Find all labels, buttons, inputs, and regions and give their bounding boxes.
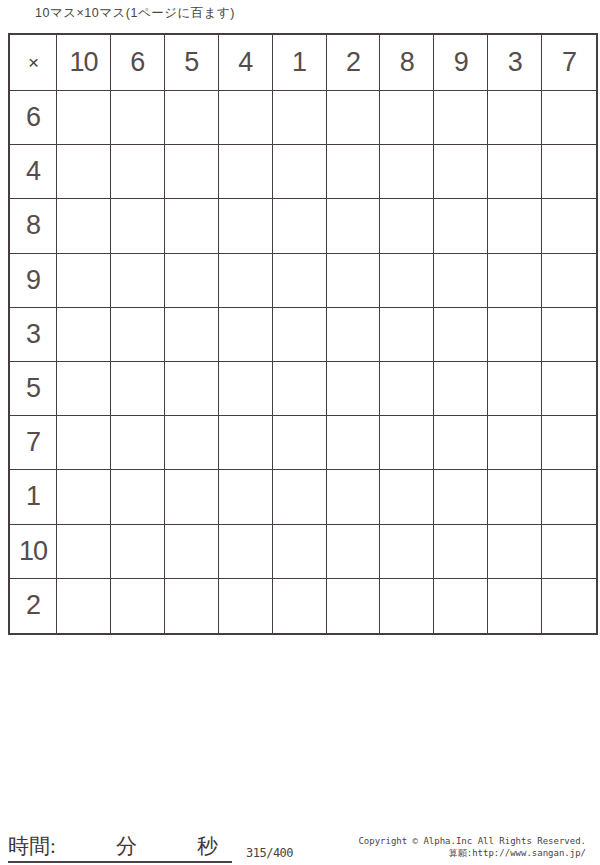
row-header-cell-10: 2 (10, 579, 57, 633)
answer-cell-r4-c4 (219, 254, 273, 308)
worksheet-page: 10マス×10マス(1ページに百ます) ×1065412893764893571… (0, 0, 600, 865)
answer-cell-r8-c6 (327, 470, 381, 524)
multiplication-grid: ×1065412893764893571102 (8, 33, 598, 635)
answer-cell-r3-c4 (219, 199, 273, 253)
answer-cell-r1-c6 (327, 91, 381, 145)
operator-cell: × (10, 35, 57, 91)
col-header-cell-7: 8 (380, 35, 434, 91)
answer-cell-r9-c1 (57, 525, 111, 579)
col-header-cell-5: 1 (273, 35, 327, 91)
answer-cell-r4-c9 (488, 254, 542, 308)
col-header-cell-9: 3 (488, 35, 542, 91)
copyright-block: Copyright © Alpha.Inc All Rights Reserve… (358, 836, 586, 859)
answer-cell-r2-c7 (380, 145, 434, 199)
col-header-cell-1: 10 (57, 35, 111, 91)
col-header-cell-6: 2 (327, 35, 381, 91)
answer-cell-r3-c6 (327, 199, 381, 253)
answer-cell-r8-c10 (542, 470, 596, 524)
answer-cell-r3-c7 (380, 199, 434, 253)
answer-cell-r2-c2 (111, 145, 165, 199)
answer-cell-r7-c8 (434, 416, 488, 470)
minutes-label: 分 (116, 832, 137, 860)
row-header-cell-9: 10 (10, 525, 57, 579)
row-header-cell-6: 5 (10, 362, 57, 416)
answer-cell-r6-c6 (327, 362, 381, 416)
answer-cell-r6-c7 (380, 362, 434, 416)
answer-cell-r8-c1 (57, 470, 111, 524)
answer-cell-r4-c1 (57, 254, 111, 308)
answer-cell-r5-c5 (273, 308, 327, 362)
worksheet-title: 10マス×10マス(1ページに百ます) (35, 5, 235, 22)
answer-cell-r9-c5 (273, 525, 327, 579)
answer-cell-r2-c5 (273, 145, 327, 199)
answer-cell-r8-c9 (488, 470, 542, 524)
answer-cell-r7-c9 (488, 416, 542, 470)
col-header-cell-2: 6 (111, 35, 165, 91)
answer-cell-r10-c1 (57, 579, 111, 633)
answer-cell-r7-c4 (219, 416, 273, 470)
answer-cell-r1-c5 (273, 91, 327, 145)
answer-cell-r5-c6 (327, 308, 381, 362)
answer-cell-r3-c8 (434, 199, 488, 253)
answer-cell-r1-c1 (57, 91, 111, 145)
answer-cell-r2-c8 (434, 145, 488, 199)
answer-cell-r3-c5 (273, 199, 327, 253)
row-header-cell-8: 1 (10, 470, 57, 524)
answer-cell-r2-c3 (165, 145, 219, 199)
answer-cell-r8-c2 (111, 470, 165, 524)
answer-cell-r5-c2 (111, 308, 165, 362)
source-url-line: 算願:http://www.sangan.jp/ (358, 848, 586, 860)
time-label: 時間: (8, 832, 56, 860)
answer-cell-r8-c5 (273, 470, 327, 524)
answer-cell-r8-c8 (434, 470, 488, 524)
answer-cell-r7-c5 (273, 416, 327, 470)
answer-cell-r9-c10 (542, 525, 596, 579)
answer-cell-r4-c2 (111, 254, 165, 308)
answer-cell-r3-c2 (111, 199, 165, 253)
answer-cell-r1-c7 (380, 91, 434, 145)
answer-cell-r3-c10 (542, 199, 596, 253)
row-header-cell-3: 8 (10, 199, 57, 253)
answer-cell-r1-c2 (111, 91, 165, 145)
answer-cell-r7-c6 (327, 416, 381, 470)
answer-cell-r9-c4 (219, 525, 273, 579)
answer-cell-r6-c2 (111, 362, 165, 416)
answer-cell-r8-c7 (380, 470, 434, 524)
answer-cell-r9-c8 (434, 525, 488, 579)
answer-cell-r7-c1 (57, 416, 111, 470)
answer-cell-r1-c8 (434, 91, 488, 145)
answer-cell-r9-c7 (380, 525, 434, 579)
answer-cell-r9-c6 (327, 525, 381, 579)
answer-cell-r5-c3 (165, 308, 219, 362)
answer-cell-r10-c7 (380, 579, 434, 633)
answer-cell-r3-c3 (165, 199, 219, 253)
answer-cell-r10-c9 (488, 579, 542, 633)
answer-cell-r8-c4 (219, 470, 273, 524)
row-header-cell-4: 9 (10, 254, 57, 308)
answer-cell-r2-c1 (57, 145, 111, 199)
col-header-cell-3: 5 (165, 35, 219, 91)
time-entry-line: 時間: 分 秒 (8, 834, 232, 863)
answer-cell-r9-c2 (111, 525, 165, 579)
answer-cell-r2-c4 (219, 145, 273, 199)
answer-cell-r6-c4 (219, 362, 273, 416)
page-counter: 315/400 (246, 846, 293, 860)
answer-cell-r6-c1 (57, 362, 111, 416)
answer-cell-r10-c8 (434, 579, 488, 633)
answer-cell-r10-c10 (542, 579, 596, 633)
row-header-cell-7: 7 (10, 416, 57, 470)
answer-cell-r10-c3 (165, 579, 219, 633)
answer-cell-r7-c7 (380, 416, 434, 470)
answer-cell-r4-c5 (273, 254, 327, 308)
answer-cell-r6-c5 (273, 362, 327, 416)
col-header-cell-4: 4 (219, 35, 273, 91)
col-header-cell-8: 9 (434, 35, 488, 91)
answer-cell-r8-c3 (165, 470, 219, 524)
answer-cell-r6-c8 (434, 362, 488, 416)
answer-cell-r1-c4 (219, 91, 273, 145)
copyright-line: Copyright © Alpha.Inc All Rights Reserve… (358, 836, 586, 848)
answer-cell-r1-c9 (488, 91, 542, 145)
answer-cell-r9-c3 (165, 525, 219, 579)
answer-cell-r7-c10 (542, 416, 596, 470)
answer-cell-r2-c10 (542, 145, 596, 199)
answer-cell-r7-c2 (111, 416, 165, 470)
row-header-cell-5: 3 (10, 308, 57, 362)
answer-cell-r5-c8 (434, 308, 488, 362)
answer-cell-r4-c3 (165, 254, 219, 308)
answer-cell-r3-c1 (57, 199, 111, 253)
answer-cell-r2-c6 (327, 145, 381, 199)
answer-cell-r2-c9 (488, 145, 542, 199)
answer-cell-r10-c4 (219, 579, 273, 633)
answer-cell-r6-c10 (542, 362, 596, 416)
col-header-cell-10: 7 (542, 35, 596, 91)
answer-cell-r5-c1 (57, 308, 111, 362)
answer-cell-r10-c6 (327, 579, 381, 633)
row-header-cell-1: 6 (10, 91, 57, 145)
answer-cell-r1-c10 (542, 91, 596, 145)
answer-cell-r5-c4 (219, 308, 273, 362)
answer-cell-r6-c9 (488, 362, 542, 416)
seconds-label: 秒 (197, 832, 218, 860)
answer-cell-r3-c9 (488, 199, 542, 253)
answer-cell-r4-c6 (327, 254, 381, 308)
answer-cell-r5-c7 (380, 308, 434, 362)
answer-cell-r4-c10 (542, 254, 596, 308)
answer-cell-r10-c2 (111, 579, 165, 633)
answer-cell-r6-c3 (165, 362, 219, 416)
answer-cell-r1-c3 (165, 91, 219, 145)
answer-cell-r7-c3 (165, 416, 219, 470)
answer-cell-r9-c9 (488, 525, 542, 579)
answer-cell-r5-c9 (488, 308, 542, 362)
answer-cell-r4-c7 (380, 254, 434, 308)
row-header-cell-2: 4 (10, 145, 57, 199)
answer-cell-r4-c8 (434, 254, 488, 308)
answer-cell-r10-c5 (273, 579, 327, 633)
answer-cell-r5-c10 (542, 308, 596, 362)
